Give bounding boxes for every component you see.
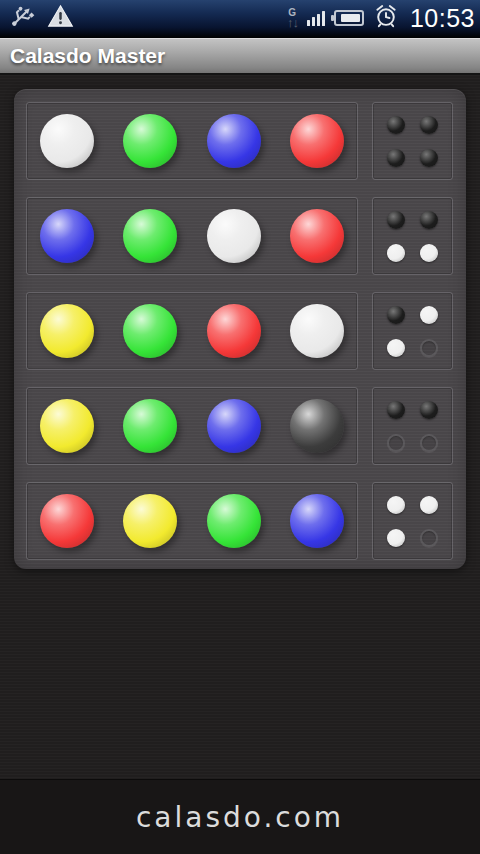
ball-red[interactable] xyxy=(290,209,344,263)
ball-green[interactable] xyxy=(123,399,177,453)
peg-hole xyxy=(387,434,405,452)
ball-blue[interactable] xyxy=(207,399,261,453)
status-bar-left xyxy=(8,3,74,34)
feedback-peg-black xyxy=(420,149,438,167)
gprs-arrows: ↑↓ xyxy=(287,16,298,29)
guess-panel-1 xyxy=(26,102,358,180)
ball-white[interactable] xyxy=(290,304,344,358)
ball-red[interactable] xyxy=(207,304,261,358)
feedback-peg-black xyxy=(420,401,438,419)
title-bar: Calasdo Master xyxy=(0,38,480,75)
feedback-peg-black xyxy=(420,211,438,229)
feedback-peg-black xyxy=(387,116,405,134)
gprs-data-icon: G ↑↓ xyxy=(287,8,298,29)
peg-hole xyxy=(420,529,438,547)
ball-red[interactable] xyxy=(290,114,344,168)
guess-panel-4 xyxy=(26,387,358,465)
ball-blue[interactable] xyxy=(290,494,344,548)
feedback-peg-white xyxy=(420,244,438,262)
game-board xyxy=(14,89,466,569)
ball-red[interactable] xyxy=(40,494,94,548)
status-bar: G ↑↓ 10:53 xyxy=(0,0,480,38)
guess-panel-2 xyxy=(26,197,358,275)
guess-panel-5 xyxy=(26,482,358,560)
feedback-peg-white xyxy=(387,529,405,547)
status-bar-right: G ↑↓ 10:53 xyxy=(287,3,475,33)
feedback-panel-2 xyxy=(372,197,453,275)
alarm-clock-icon xyxy=(373,3,399,33)
guess-row-3 xyxy=(26,292,454,370)
signal-strength-icon xyxy=(307,10,325,26)
guess-row-2 xyxy=(26,197,454,275)
peg-hole xyxy=(420,339,438,357)
feedback-panel-1 xyxy=(372,102,453,180)
ball-white[interactable] xyxy=(207,209,261,263)
battery-icon xyxy=(334,10,364,26)
guess-row-1 xyxy=(26,102,454,180)
feedback-peg-black xyxy=(420,116,438,134)
guess-row-5 xyxy=(26,482,454,560)
status-time: 10:53 xyxy=(410,4,475,33)
footer-link[interactable]: calasdo.com xyxy=(136,801,344,834)
warning-icon xyxy=(47,3,74,34)
feedback-peg-black xyxy=(387,401,405,419)
ball-white[interactable] xyxy=(40,114,94,168)
app-title: Calasdo Master xyxy=(10,44,165,68)
ball-yellow[interactable] xyxy=(40,399,94,453)
ball-black[interactable] xyxy=(290,399,344,453)
peg-hole xyxy=(420,434,438,452)
ball-blue[interactable] xyxy=(207,114,261,168)
feedback-panel-5 xyxy=(372,482,453,560)
ball-green[interactable] xyxy=(123,114,177,168)
feedback-peg-black xyxy=(387,149,405,167)
footer-banner[interactable]: calasdo.com xyxy=(0,779,480,854)
ball-yellow[interactable] xyxy=(123,494,177,548)
ball-blue[interactable] xyxy=(40,209,94,263)
ball-green[interactable] xyxy=(123,209,177,263)
feedback-panel-3 xyxy=(372,292,453,370)
feedback-peg-white xyxy=(420,306,438,324)
feedback-peg-black xyxy=(387,211,405,229)
ball-yellow[interactable] xyxy=(40,304,94,358)
feedback-peg-white xyxy=(387,496,405,514)
guess-row-4 xyxy=(26,387,454,465)
feedback-peg-white xyxy=(420,496,438,514)
usb-debugging-icon xyxy=(8,3,35,34)
guess-panel-3 xyxy=(26,292,358,370)
feedback-peg-black xyxy=(387,306,405,324)
ball-green[interactable] xyxy=(123,304,177,358)
feedback-peg-white xyxy=(387,244,405,262)
ball-green[interactable] xyxy=(207,494,261,548)
feedback-peg-white xyxy=(387,339,405,357)
feedback-panel-4 xyxy=(372,387,453,465)
